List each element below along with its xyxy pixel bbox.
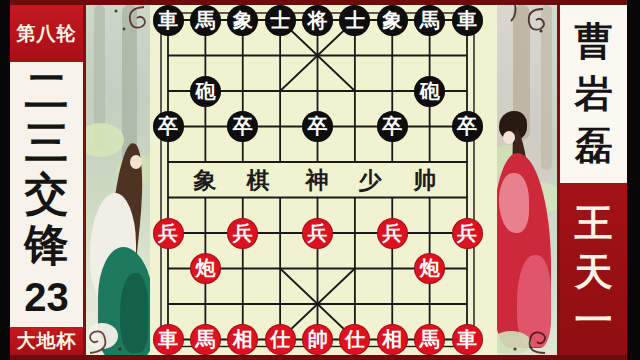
xiangqi-board[interactable]: 象 棋 神 少 帅 車馬象士将士象馬車砲砲卒卒卒卒卒兵兵兵兵兵炮炮車馬相仕帥仕相… xyxy=(150,5,497,355)
right-black-edge xyxy=(627,0,640,360)
title-char: 三 xyxy=(25,121,69,165)
round-label: 第八轮 xyxy=(17,21,77,47)
piece-black-馬[interactable]: 馬 xyxy=(414,5,445,36)
piece-black-馬[interactable]: 馬 xyxy=(190,5,221,36)
river-text-char: 少 xyxy=(359,165,382,196)
piece-red-仕[interactable]: 仕 xyxy=(265,324,296,355)
thumbnail-root: 第八轮 二 三 交 锋 23 大地杯 xyxy=(0,0,640,360)
piece-black-車[interactable]: 車 xyxy=(153,5,184,36)
woman-face xyxy=(130,155,142,169)
piece-black-象[interactable]: 象 xyxy=(227,5,258,36)
match-title-vertical: 二 三 交 锋 23 xyxy=(10,62,83,327)
episode-number: 23 xyxy=(24,275,69,320)
dress-sleeve-pink xyxy=(499,173,529,233)
player-name-char: 岩 xyxy=(575,75,613,113)
right-painting-lady-red xyxy=(497,5,557,355)
title-char: 交 xyxy=(25,172,69,216)
player-name-char: 天 xyxy=(575,253,613,291)
filigree-ornament xyxy=(86,315,136,355)
filigree-ornament xyxy=(501,317,551,355)
piece-red-相[interactable]: 相 xyxy=(377,324,408,355)
piece-black-卒[interactable]: 卒 xyxy=(153,111,184,142)
filigree-ornament xyxy=(505,5,551,47)
piece-red-兵[interactable]: 兵 xyxy=(452,218,483,249)
piece-black-砲[interactable]: 砲 xyxy=(190,76,221,107)
piece-red-車[interactable]: 車 xyxy=(452,324,483,355)
piece-black-士[interactable]: 士 xyxy=(265,5,296,36)
filigree-ornament xyxy=(104,5,150,43)
river-text-char: 神 xyxy=(306,165,329,196)
left-painting-lady-green xyxy=(86,5,150,355)
foliage xyxy=(86,123,124,157)
piece-black-将[interactable]: 将 xyxy=(302,5,333,36)
left-black-edge xyxy=(0,0,10,360)
player-name-char: 曹 xyxy=(575,22,613,60)
player-name-char: 磊 xyxy=(575,127,613,165)
river-text-char: 象 xyxy=(194,165,217,196)
piece-red-車[interactable]: 車 xyxy=(153,324,184,355)
piece-red-炮[interactable]: 炮 xyxy=(414,253,445,284)
piece-red-兵[interactable]: 兵 xyxy=(377,218,408,249)
top-maroon-strip xyxy=(0,0,640,5)
bottom-maroon-strip xyxy=(0,355,640,360)
piece-black-卒[interactable]: 卒 xyxy=(302,111,333,142)
piece-red-兵[interactable]: 兵 xyxy=(302,218,333,249)
piece-red-馬[interactable]: 馬 xyxy=(414,324,445,355)
piece-red-馬[interactable]: 馬 xyxy=(190,324,221,355)
piece-black-卒[interactable]: 卒 xyxy=(452,111,483,142)
player-top-name: 曹 岩 磊 xyxy=(560,0,627,183)
piece-black-砲[interactable]: 砲 xyxy=(414,76,445,107)
left-banner-column: 第八轮 二 三 交 锋 23 大地杯 xyxy=(10,0,86,360)
piece-red-兵[interactable]: 兵 xyxy=(153,218,184,249)
cup-label: 大地杯 xyxy=(17,328,77,354)
title-char: 二 xyxy=(25,69,69,113)
piece-black-車[interactable]: 車 xyxy=(452,5,483,36)
right-banner-column: 曹 岩 磊 王 天 一 xyxy=(557,0,627,360)
river-text-char: 棋 xyxy=(247,165,270,196)
cup-banner: 大地杯 xyxy=(10,327,83,355)
player-name-char: 一 xyxy=(575,301,613,339)
piece-red-帥[interactable]: 帥 xyxy=(302,324,333,355)
river-text-char: 帅 xyxy=(414,165,437,196)
piece-red-兵[interactable]: 兵 xyxy=(227,218,258,249)
woman-face xyxy=(503,131,515,144)
piece-black-卒[interactable]: 卒 xyxy=(377,111,408,142)
piece-black-象[interactable]: 象 xyxy=(377,5,408,36)
piece-black-士[interactable]: 士 xyxy=(339,5,370,36)
piece-red-炮[interactable]: 炮 xyxy=(190,253,221,284)
player-name-char: 王 xyxy=(575,204,613,242)
round-banner: 第八轮 xyxy=(10,5,83,62)
player-bottom-name: 王 天 一 xyxy=(560,183,627,360)
title-char: 锋 xyxy=(25,223,69,267)
